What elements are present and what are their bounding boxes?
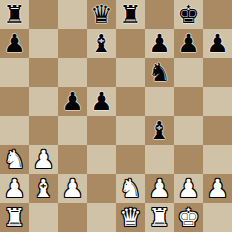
square-h8[interactable]: [203, 0, 232, 29]
square-d6[interactable]: [87, 58, 116, 87]
square-b1[interactable]: [29, 203, 58, 232]
piece-black-pawn-a7[interactable]: ♟: [3, 29, 25, 58]
square-h2[interactable]: ♟: [203, 174, 232, 203]
square-d5[interactable]: ♟: [87, 87, 116, 116]
piece-black-king-g8[interactable]: ♚: [177, 0, 199, 29]
square-h6[interactable]: [203, 58, 232, 87]
square-b4[interactable]: [29, 116, 58, 145]
piece-white-queen-e1[interactable]: ♛: [119, 203, 141, 232]
square-c3[interactable]: [58, 145, 87, 174]
square-h7[interactable]: ♟: [203, 29, 232, 58]
square-d4[interactable]: [87, 116, 116, 145]
square-b5[interactable]: [29, 87, 58, 116]
chess-board: ♜♛♜♚♟♝♟♟♟♞♟♟♝♞♟♟♝♟♞♟♟♟♜♛♜♚: [0, 0, 232, 232]
square-b7[interactable]: [29, 29, 58, 58]
square-c8[interactable]: [58, 0, 87, 29]
square-f6[interactable]: ♞: [145, 58, 174, 87]
square-g4[interactable]: [174, 116, 203, 145]
square-e1[interactable]: ♛: [116, 203, 145, 232]
square-f7[interactable]: ♟: [145, 29, 174, 58]
square-b8[interactable]: [29, 0, 58, 29]
square-f2[interactable]: ♟: [145, 174, 174, 203]
square-g6[interactable]: [174, 58, 203, 87]
square-h3[interactable]: [203, 145, 232, 174]
piece-black-pawn-c5[interactable]: ♟: [61, 87, 83, 116]
square-e8[interactable]: ♜: [116, 0, 145, 29]
square-d2[interactable]: [87, 174, 116, 203]
square-g5[interactable]: [174, 87, 203, 116]
piece-black-pawn-d5[interactable]: ♟: [90, 87, 112, 116]
square-f4[interactable]: ♝: [145, 116, 174, 145]
square-d3[interactable]: [87, 145, 116, 174]
piece-white-rook-f1[interactable]: ♜: [148, 203, 170, 232]
piece-black-rook-a8[interactable]: ♜: [3, 0, 25, 29]
square-b6[interactable]: [29, 58, 58, 87]
piece-white-knight-e2[interactable]: ♞: [119, 174, 141, 203]
square-c7[interactable]: [58, 29, 87, 58]
piece-black-pawn-h7[interactable]: ♟: [206, 29, 228, 58]
square-c2[interactable]: ♟: [58, 174, 87, 203]
piece-white-knight-a3[interactable]: ♞: [3, 145, 25, 174]
square-a3[interactable]: ♞: [0, 145, 29, 174]
square-d1[interactable]: [87, 203, 116, 232]
square-e3[interactable]: [116, 145, 145, 174]
piece-white-pawn-b3[interactable]: ♟: [32, 145, 54, 174]
piece-white-pawn-h2[interactable]: ♟: [206, 174, 228, 203]
square-g3[interactable]: [174, 145, 203, 174]
square-c1[interactable]: [58, 203, 87, 232]
square-f5[interactable]: [145, 87, 174, 116]
square-e5[interactable]: [116, 87, 145, 116]
square-a8[interactable]: ♜: [0, 0, 29, 29]
piece-black-pawn-f7[interactable]: ♟: [148, 29, 170, 58]
piece-white-king-g1[interactable]: ♚: [177, 203, 199, 232]
piece-white-pawn-c2[interactable]: ♟: [61, 174, 83, 203]
square-b2[interactable]: ♝: [29, 174, 58, 203]
piece-black-pawn-g7[interactable]: ♟: [177, 29, 199, 58]
square-h1[interactable]: [203, 203, 232, 232]
square-f8[interactable]: [145, 0, 174, 29]
square-h5[interactable]: [203, 87, 232, 116]
square-a6[interactable]: [0, 58, 29, 87]
piece-black-queen-d8[interactable]: ♛: [90, 0, 112, 29]
piece-black-knight-f6[interactable]: ♞: [148, 58, 170, 87]
piece-black-rook-e8[interactable]: ♜: [119, 0, 141, 29]
square-f3[interactable]: [145, 145, 174, 174]
square-a5[interactable]: [0, 87, 29, 116]
piece-black-bishop-f4[interactable]: ♝: [148, 116, 170, 145]
square-e6[interactable]: [116, 58, 145, 87]
square-d8[interactable]: ♛: [87, 0, 116, 29]
square-a4[interactable]: [0, 116, 29, 145]
square-e7[interactable]: [116, 29, 145, 58]
square-h4[interactable]: [203, 116, 232, 145]
piece-white-pawn-g2[interactable]: ♟: [177, 174, 199, 203]
square-a7[interactable]: ♟: [0, 29, 29, 58]
square-c6[interactable]: [58, 58, 87, 87]
square-g8[interactable]: ♚: [174, 0, 203, 29]
square-f1[interactable]: ♜: [145, 203, 174, 232]
piece-white-rook-a1[interactable]: ♜: [3, 203, 25, 232]
piece-white-pawn-f2[interactable]: ♟: [148, 174, 170, 203]
piece-black-bishop-d7[interactable]: ♝: [90, 29, 112, 58]
square-a1[interactable]: ♜: [0, 203, 29, 232]
piece-white-pawn-a2[interactable]: ♟: [3, 174, 25, 203]
square-b3[interactable]: ♟: [29, 145, 58, 174]
square-g1[interactable]: ♚: [174, 203, 203, 232]
square-a2[interactable]: ♟: [0, 174, 29, 203]
square-c4[interactable]: [58, 116, 87, 145]
square-g7[interactable]: ♟: [174, 29, 203, 58]
square-e2[interactable]: ♞: [116, 174, 145, 203]
square-c5[interactable]: ♟: [58, 87, 87, 116]
square-g2[interactable]: ♟: [174, 174, 203, 203]
square-d7[interactable]: ♝: [87, 29, 116, 58]
square-e4[interactable]: [116, 116, 145, 145]
piece-white-bishop-b2[interactable]: ♝: [32, 174, 54, 203]
